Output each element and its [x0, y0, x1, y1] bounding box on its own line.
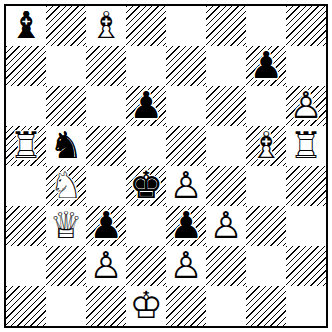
square-b1[interactable]	[46, 286, 86, 326]
black-pawn-piece[interactable]: ♟♟	[126, 86, 166, 126]
square-a8[interactable]: ♝♝	[6, 6, 46, 46]
square-d4[interactable]: ♚♚	[126, 166, 166, 206]
white-bishop-piece[interactable]: ♝♗	[246, 126, 286, 166]
square-b6[interactable]	[46, 86, 86, 126]
square-c2[interactable]: ♟♙	[86, 246, 126, 286]
white-queen-piece[interactable]: ♛♕	[46, 206, 86, 246]
white-pawn-piece[interactable]: ♟♙	[86, 246, 126, 286]
black-king-piece[interactable]: ♚♚	[126, 166, 166, 206]
diagram-page: ♝♝♝♗♟♟♟♟♟♙♜♖♞♞♝♗♜♖♞♘♚♚♟♙♛♕♟♟♟♟♟♙♟♙♟♙♚♔	[0, 0, 332, 332]
square-a4[interactable]	[6, 166, 46, 206]
square-d2[interactable]	[126, 246, 166, 286]
black-knight-piece[interactable]: ♞♞	[46, 126, 86, 166]
square-g2[interactable]	[246, 246, 286, 286]
square-b2[interactable]	[46, 246, 86, 286]
square-e4[interactable]: ♟♙	[166, 166, 206, 206]
white-king-piece[interactable]: ♚♔	[126, 286, 166, 326]
piece-glyph-outline: ♝	[6, 6, 46, 46]
square-d5[interactable]	[126, 126, 166, 166]
square-f1[interactable]	[206, 286, 246, 326]
piece-glyph-outline: ♙	[206, 206, 246, 246]
chess-board: ♝♝♝♗♟♟♟♟♟♙♜♖♞♞♝♗♜♖♞♘♚♚♟♙♛♕♟♟♟♟♟♙♟♙♟♙♚♔	[6, 6, 326, 326]
square-e5[interactable]	[166, 126, 206, 166]
square-c1[interactable]	[86, 286, 126, 326]
square-f5[interactable]	[206, 126, 246, 166]
square-a5[interactable]: ♜♖	[6, 126, 46, 166]
piece-glyph-outline: ♗	[246, 126, 286, 166]
black-bishop-piece[interactable]: ♝♝	[6, 6, 46, 46]
square-g8[interactable]	[246, 6, 286, 46]
square-d6[interactable]: ♟♟	[126, 86, 166, 126]
piece-glyph-outline: ♔	[126, 286, 166, 326]
piece-glyph-outline: ♙	[166, 166, 206, 206]
black-pawn-piece[interactable]: ♟♟	[166, 206, 206, 246]
square-d3[interactable]	[126, 206, 166, 246]
piece-glyph-outline: ♟	[86, 206, 126, 246]
white-pawn-piece[interactable]: ♟♙	[206, 206, 246, 246]
white-rook-piece[interactable]: ♜♖	[286, 126, 326, 166]
square-a7[interactable]	[6, 46, 46, 86]
black-pawn-piece[interactable]: ♟♟	[246, 46, 286, 86]
piece-glyph-outline: ♖	[6, 126, 46, 166]
square-c8[interactable]: ♝♗	[86, 6, 126, 46]
white-bishop-piece[interactable]: ♝♗	[86, 6, 126, 46]
square-h7[interactable]	[286, 46, 326, 86]
square-f3[interactable]: ♟♙	[206, 206, 246, 246]
square-f4[interactable]	[206, 166, 246, 206]
square-a2[interactable]	[6, 246, 46, 286]
square-c3[interactable]: ♟♟	[86, 206, 126, 246]
square-h2[interactable]	[286, 246, 326, 286]
piece-glyph-outline: ♙	[86, 246, 126, 286]
square-e8[interactable]	[166, 6, 206, 46]
square-e6[interactable]	[166, 86, 206, 126]
white-pawn-piece[interactable]: ♟♙	[166, 166, 206, 206]
square-a1[interactable]	[6, 286, 46, 326]
white-pawn-piece[interactable]: ♟♙	[286, 86, 326, 126]
square-d8[interactable]	[126, 6, 166, 46]
square-f7[interactable]	[206, 46, 246, 86]
square-h1[interactable]	[286, 286, 326, 326]
square-c6[interactable]	[86, 86, 126, 126]
square-a6[interactable]	[6, 86, 46, 126]
square-f2[interactable]	[206, 246, 246, 286]
black-pawn-piece[interactable]: ♟♟	[86, 206, 126, 246]
piece-glyph-outline: ♙	[286, 86, 326, 126]
square-d7[interactable]	[126, 46, 166, 86]
square-b8[interactable]	[46, 6, 86, 46]
square-h4[interactable]	[286, 166, 326, 206]
square-e2[interactable]: ♟♙	[166, 246, 206, 286]
piece-glyph-outline: ♟	[126, 86, 166, 126]
piece-glyph-outline: ♘	[46, 166, 86, 206]
square-b4[interactable]: ♞♘	[46, 166, 86, 206]
square-g7[interactable]: ♟♟	[246, 46, 286, 86]
square-g4[interactable]	[246, 166, 286, 206]
piece-glyph-outline: ♞	[46, 126, 86, 166]
piece-glyph-outline: ♟	[246, 46, 286, 86]
square-e1[interactable]	[166, 286, 206, 326]
board-frame: ♝♝♝♗♟♟♟♟♟♙♜♖♞♞♝♗♜♖♞♘♚♚♟♙♛♕♟♟♟♟♟♙♟♙♟♙♚♔	[4, 4, 328, 328]
square-c4[interactable]	[86, 166, 126, 206]
piece-glyph-outline: ♚	[126, 166, 166, 206]
white-rook-piece[interactable]: ♜♖	[6, 126, 46, 166]
square-d1[interactable]: ♚♔	[126, 286, 166, 326]
piece-glyph-outline: ♙	[166, 246, 206, 286]
square-h5[interactable]: ♜♖	[286, 126, 326, 166]
square-b7[interactable]	[46, 46, 86, 86]
square-b5[interactable]: ♞♞	[46, 126, 86, 166]
white-pawn-piece[interactable]: ♟♙	[166, 246, 206, 286]
square-g6[interactable]	[246, 86, 286, 126]
square-h6[interactable]: ♟♙	[286, 86, 326, 126]
square-g5[interactable]: ♝♗	[246, 126, 286, 166]
square-c7[interactable]	[86, 46, 126, 86]
square-a3[interactable]	[6, 206, 46, 246]
square-e3[interactable]: ♟♟	[166, 206, 206, 246]
square-f8[interactable]	[206, 6, 246, 46]
piece-glyph-outline: ♗	[86, 6, 126, 46]
square-c5[interactable]	[86, 126, 126, 166]
piece-glyph-outline: ♕	[46, 206, 86, 246]
square-g3[interactable]	[246, 206, 286, 246]
square-g1[interactable]	[246, 286, 286, 326]
square-f6[interactable]	[206, 86, 246, 126]
square-e7[interactable]	[166, 46, 206, 86]
piece-glyph-outline: ♟	[166, 206, 206, 246]
square-h3[interactable]	[286, 206, 326, 246]
piece-glyph-outline: ♖	[286, 126, 326, 166]
white-knight-piece[interactable]: ♞♘	[46, 166, 86, 206]
square-b3[interactable]: ♛♕	[46, 206, 86, 246]
square-h8[interactable]	[286, 6, 326, 46]
